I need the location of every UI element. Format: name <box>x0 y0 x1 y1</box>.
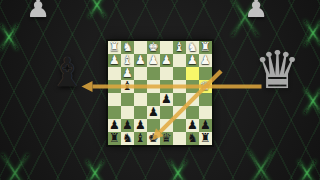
square-f4[interactable] <box>134 80 147 93</box>
square-d5[interactable]: ♟ <box>160 93 173 106</box>
square-h3[interactable] <box>108 67 121 80</box>
piece-white-pawn: ♟ <box>121 67 134 80</box>
square-g2[interactable]: ♝ <box>121 54 134 67</box>
square-h6[interactable] <box>108 106 121 119</box>
piece-white-rook: ♜ <box>199 41 212 54</box>
piece-white-pawn: ♟ <box>160 54 173 67</box>
square-d4[interactable] <box>160 80 173 93</box>
square-h2[interactable]: ♟ <box>108 54 121 67</box>
piece-white-bishop: ♝ <box>173 41 186 54</box>
piece-black-pawn: ♟ <box>134 119 147 132</box>
square-f3[interactable] <box>134 67 147 80</box>
piece-black-rook: ♜ <box>199 132 212 145</box>
square-g1[interactable]: ♞ <box>121 41 134 54</box>
piece-white-rook: ♜ <box>108 41 121 54</box>
square-d2[interactable]: ♟ <box>160 54 173 67</box>
background-pattern-x <box>298 86 320 116</box>
square-f7[interactable]: ♟ <box>134 119 147 132</box>
square-f5[interactable] <box>134 93 147 106</box>
piece-white-queen: ♛ <box>199 80 212 93</box>
piece-black-pawn: ♟ <box>147 106 160 119</box>
decor-white-pawn-top-right: ♟ <box>244 0 268 21</box>
square-b3[interactable] <box>186 67 199 80</box>
piece-black-knight: ♞ <box>186 132 199 145</box>
piece-black-queen: ♛ <box>160 132 173 145</box>
piece-black-bishop: ♝ <box>134 132 147 145</box>
decor-white-queen-right: ♛ <box>254 44 301 96</box>
square-g5[interactable] <box>121 93 134 106</box>
square-h1[interactable]: ♜ <box>108 41 121 54</box>
square-a7[interactable]: ♟ <box>199 119 212 132</box>
square-e5[interactable] <box>147 93 160 106</box>
square-b7[interactable]: ♟ <box>186 119 199 132</box>
background-pattern-x <box>163 158 193 180</box>
square-b4[interactable] <box>186 80 199 93</box>
square-c8[interactable] <box>173 132 186 145</box>
square-b5[interactable] <box>186 93 199 106</box>
square-b1[interactable]: ♞ <box>186 41 199 54</box>
square-f6[interactable] <box>134 106 147 119</box>
square-d6[interactable] <box>160 106 173 119</box>
square-b6[interactable] <box>186 106 199 119</box>
background-pattern-x <box>0 22 24 52</box>
square-h4[interactable] <box>108 80 121 93</box>
square-g3[interactable]: ♟ <box>121 67 134 80</box>
square-c2[interactable] <box>173 54 186 67</box>
piece-black-pawn: ♟ <box>199 119 212 132</box>
square-h8[interactable]: ♜ <box>108 132 121 145</box>
piece-black-rook: ♜ <box>108 132 121 145</box>
chess-board: ♜♞♚♝♞♜♟♝♟♟♟♟♟♟♝♛♟♟♟♟♟♟♟♜♞♝♚♛♞♜ <box>108 41 212 145</box>
piece-white-pawn: ♟ <box>147 54 160 67</box>
piece-black-bishop: ♝ <box>121 80 134 93</box>
square-a3[interactable] <box>199 67 212 80</box>
square-c5[interactable] <box>173 93 186 106</box>
square-e8[interactable]: ♚ <box>147 132 160 145</box>
square-f1[interactable] <box>134 41 147 54</box>
piece-black-knight: ♞ <box>121 132 134 145</box>
square-c7[interactable] <box>173 119 186 132</box>
square-a4[interactable]: ♛ <box>199 80 212 93</box>
square-g6[interactable] <box>121 106 134 119</box>
square-e3[interactable] <box>147 67 160 80</box>
piece-white-pawn: ♟ <box>134 54 147 67</box>
square-d7[interactable] <box>160 119 173 132</box>
piece-white-bishop: ♝ <box>121 54 134 67</box>
background-pattern-x <box>292 158 320 180</box>
square-e7[interactable] <box>147 119 160 132</box>
square-g7[interactable]: ♟ <box>121 119 134 132</box>
square-c6[interactable] <box>173 106 186 119</box>
square-a6[interactable] <box>199 106 212 119</box>
square-a5[interactable] <box>199 93 212 106</box>
square-a2[interactable]: ♟ <box>199 54 212 67</box>
square-c3[interactable] <box>173 67 186 80</box>
piece-black-pawn: ♟ <box>186 119 199 132</box>
decor-white-pawn-top-left: ♟ <box>26 0 50 21</box>
square-e2[interactable]: ♟ <box>147 54 160 67</box>
video-frame: ♟ ♟ ♝ ♛ ♜♞♚♝♞♜♟♝♟♟♟♟♟♟♝♛♟♟♟♟♟♟♟♜♞♝♚♛♞♜ <box>0 0 320 180</box>
square-c4[interactable] <box>173 80 186 93</box>
square-g8[interactable]: ♞ <box>121 132 134 145</box>
square-g4[interactable]: ♝ <box>121 80 134 93</box>
square-f2[interactable]: ♟ <box>134 54 147 67</box>
piece-black-pawn: ♟ <box>160 93 173 106</box>
background-pattern-x <box>298 18 320 48</box>
square-e1[interactable]: ♚ <box>147 41 160 54</box>
background-pattern-x <box>0 150 38 180</box>
square-a8[interactable]: ♜ <box>199 132 212 145</box>
piece-black-king: ♚ <box>147 132 160 145</box>
square-a1[interactable]: ♜ <box>199 41 212 54</box>
square-b8[interactable]: ♞ <box>186 132 199 145</box>
piece-white-pawn: ♟ <box>108 54 121 67</box>
square-f8[interactable]: ♝ <box>134 132 147 145</box>
square-d3[interactable] <box>160 67 173 80</box>
piece-white-king: ♚ <box>147 41 160 54</box>
square-h5[interactable] <box>108 93 121 106</box>
piece-white-knight: ♞ <box>186 41 199 54</box>
square-e4[interactable] <box>147 80 160 93</box>
piece-white-knight: ♞ <box>121 41 134 54</box>
background-pattern-x <box>82 0 112 20</box>
piece-black-pawn: ♟ <box>121 119 134 132</box>
piece-white-pawn: ♟ <box>186 54 199 67</box>
square-e6[interactable]: ♟ <box>147 106 160 119</box>
square-h7[interactable]: ♟ <box>108 119 121 132</box>
square-d8[interactable]: ♛ <box>160 132 173 145</box>
square-c1[interactable]: ♝ <box>173 41 186 54</box>
background-pattern-x <box>80 158 110 180</box>
piece-white-pawn: ♟ <box>199 54 212 67</box>
square-d1[interactable] <box>160 41 173 54</box>
decor-black-bishop-left: ♝ <box>49 52 85 92</box>
piece-black-pawn: ♟ <box>108 119 121 132</box>
background-pattern-x <box>222 0 268 40</box>
background-pattern-x <box>238 146 284 180</box>
square-b2[interactable]: ♟ <box>186 54 199 67</box>
